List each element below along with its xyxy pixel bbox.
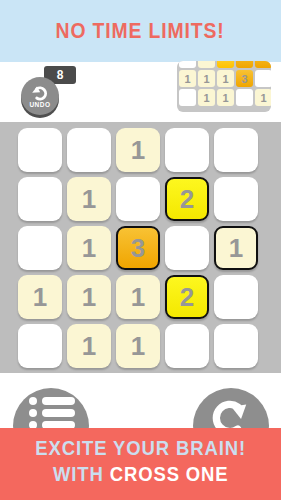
board-cell-r1c1-empty[interactable]: [18, 128, 62, 172]
undo-count: 8: [57, 68, 64, 82]
board-cell-r3c1-empty[interactable]: [18, 226, 62, 270]
preview-cell-r2c1-value-1: 1: [179, 70, 196, 87]
preview-cell-r1c2-empty: [198, 61, 215, 68]
board-cell-r5c1-empty[interactable]: [18, 324, 62, 368]
board-cell-r2c3-empty[interactable]: [116, 177, 160, 221]
board-cell-r3c3-value-3[interactable]: 3: [116, 226, 160, 270]
board-cell-r4c3-value-1[interactable]: 1: [116, 275, 160, 319]
board-cell-r1c4-empty[interactable]: [165, 128, 209, 172]
top-banner: NO TIME LIMITS!: [0, 0, 281, 62]
preview-cell-r2c4-value-3: 3: [236, 70, 253, 87]
no-time-limits-text: NO TIME LIMITS!: [56, 18, 225, 44]
with-cross-one-text: WITH CROSS ONE: [53, 460, 229, 487]
board-cell-r4c5-empty[interactable]: [214, 275, 258, 319]
board-cell-r2c4-value-2[interactable]: 2: [165, 177, 209, 221]
preview-cell-r1c3-empty: [217, 61, 234, 68]
board-cell-r1c2-empty[interactable]: [67, 128, 111, 172]
board-cell-r4c1-value-1[interactable]: 1: [18, 275, 62, 319]
board-cell-r4c4-value-2[interactable]: 2: [165, 275, 209, 319]
preview-cell-r1c1-empty: [179, 61, 196, 68]
preview-grid: 1113111: [177, 61, 271, 112]
cross-one-brand-text: CROSS ONE: [109, 462, 228, 485]
bottom-banner: EXCITE YOUR BRAIN! WITH CROSS ONE: [0, 428, 281, 500]
board-cell-r3c2-value-1[interactable]: 1: [67, 226, 111, 270]
preview-cell-r1c4-empty: [236, 61, 253, 68]
board-cell-r2c5-empty[interactable]: [214, 177, 258, 221]
excite-your-brain-text: EXCITE YOUR BRAIN!: [35, 435, 246, 460]
board: 112131111211: [18, 128, 258, 368]
preview-cell-r3c4-empty: [236, 89, 253, 106]
board-cell-r1c5-empty[interactable]: [214, 128, 258, 172]
board-cell-r4c2-value-1[interactable]: 1: [67, 275, 111, 319]
preview-cell-r3c5-value-1: 1: [255, 89, 271, 106]
board-cell-r2c2-value-1[interactable]: 1: [67, 177, 111, 221]
board-cell-r3c4-empty[interactable]: [165, 226, 209, 270]
preview-cell-r2c5-empty: [255, 70, 271, 87]
preview-cell-r2c2-value-1: 1: [198, 70, 215, 87]
preview-cell-r2c3-value-1: 1: [217, 70, 234, 87]
preview-cell-r1c5-empty: [255, 61, 271, 68]
board-cell-r5c4-empty[interactable]: [165, 324, 209, 368]
board-cell-r5c3-value-1[interactable]: 1: [116, 324, 160, 368]
undo-icon: [31, 85, 49, 101]
with-text: WITH: [53, 462, 104, 485]
board-cell-r2c1-empty[interactable]: [18, 177, 62, 221]
preview-cell-r3c2-value-1: 1: [198, 89, 215, 106]
board-cell-r3c5-value-1[interactable]: 1: [214, 226, 258, 270]
board-mat: 112131111211: [0, 122, 281, 373]
preview-cell-r3c3-value-1: 1: [217, 89, 234, 106]
undo-label: UNDO: [29, 101, 50, 108]
board-cell-r5c5-empty[interactable]: [214, 324, 258, 368]
board-cell-r1c3-value-1[interactable]: 1: [116, 128, 160, 172]
list-icon: [29, 397, 75, 429]
preview-cell-r3c1-empty: [179, 89, 196, 106]
undo-button[interactable]: UNDO: [21, 77, 59, 115]
board-cell-r5c2-value-1[interactable]: 1: [67, 324, 111, 368]
